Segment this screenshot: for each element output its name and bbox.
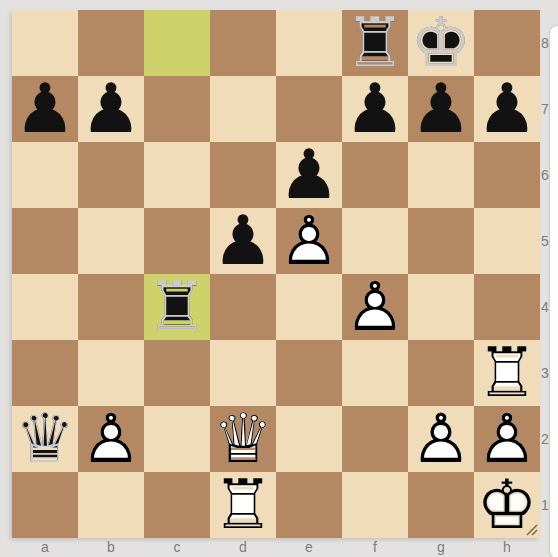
square-f3[interactable] xyxy=(342,340,408,406)
square-b2[interactable]: ♟♙ xyxy=(78,406,144,472)
square-a1[interactable] xyxy=(12,472,78,538)
black-pawn[interactable]: ♟ xyxy=(342,76,408,142)
file-label-f: f xyxy=(342,538,408,557)
white-pawn[interactable]: ♟♙ xyxy=(342,274,408,340)
square-e4[interactable] xyxy=(276,274,342,340)
square-a4[interactable] xyxy=(12,274,78,340)
square-c5[interactable] xyxy=(144,208,210,274)
square-d6[interactable] xyxy=(210,142,276,208)
square-b1[interactable] xyxy=(78,472,144,538)
white-pawn[interactable]: ♟♙ xyxy=(78,406,144,472)
white-rook[interactable]: ♜♖ xyxy=(210,472,276,538)
square-c2[interactable] xyxy=(144,406,210,472)
square-b5[interactable] xyxy=(78,208,144,274)
white-pawn[interactable]: ♟♙ xyxy=(276,208,342,274)
black-pawn[interactable]: ♟ xyxy=(78,76,144,142)
square-a5[interactable] xyxy=(12,208,78,274)
chess-board: ♜♖♚♔♟♟♟♟♟♟♟♟♙♜♖♟♙♜♖♛♕♟♙♛♕♟♙♟♙♜♖♚♔ xyxy=(12,10,540,538)
square-f1[interactable] xyxy=(342,472,408,538)
square-b8[interactable] xyxy=(78,10,144,76)
black-pawn[interactable]: ♟ xyxy=(408,76,474,142)
square-g1[interactable] xyxy=(408,472,474,538)
black-rook[interactable]: ♜♖ xyxy=(342,10,408,76)
square-f8[interactable]: ♜♖ xyxy=(342,10,408,76)
square-b3[interactable] xyxy=(78,340,144,406)
black-pawn[interactable]: ♟ xyxy=(474,76,540,142)
square-h3[interactable]: ♜♖ xyxy=(474,340,540,406)
square-f5[interactable] xyxy=(342,208,408,274)
square-g8[interactable]: ♚♔ xyxy=(408,10,474,76)
square-d7[interactable] xyxy=(210,76,276,142)
square-g7[interactable]: ♟ xyxy=(408,76,474,142)
square-g4[interactable] xyxy=(408,274,474,340)
file-label-e: e xyxy=(276,538,342,557)
chess-board-view: ♜♖♚♔♟♟♟♟♟♟♟♟♙♜♖♟♙♜♖♛♕♟♙♛♕♟♙♟♙♜♖♚♔ 876543… xyxy=(0,0,558,557)
file-label-h: h xyxy=(474,538,540,557)
square-d5[interactable]: ♟ xyxy=(210,208,276,274)
square-e7[interactable] xyxy=(276,76,342,142)
square-a8[interactable] xyxy=(12,10,78,76)
square-a7[interactable]: ♟ xyxy=(12,76,78,142)
square-h2[interactable]: ♟♙ xyxy=(474,406,540,472)
square-b6[interactable] xyxy=(78,142,144,208)
white-pawn[interactable]: ♟♙ xyxy=(408,406,474,472)
square-f2[interactable] xyxy=(342,406,408,472)
square-h6[interactable] xyxy=(474,142,540,208)
black-pawn[interactable]: ♟ xyxy=(12,76,78,142)
white-pawn[interactable]: ♟♙ xyxy=(474,406,540,472)
square-g5[interactable] xyxy=(408,208,474,274)
square-h4[interactable] xyxy=(474,274,540,340)
square-e2[interactable] xyxy=(276,406,342,472)
square-e3[interactable] xyxy=(276,340,342,406)
file-label-d: d xyxy=(210,538,276,557)
square-d2[interactable]: ♛♕ xyxy=(210,406,276,472)
square-g2[interactable]: ♟♙ xyxy=(408,406,474,472)
square-c1[interactable] xyxy=(144,472,210,538)
black-pawn[interactable]: ♟ xyxy=(276,142,342,208)
square-h7[interactable]: ♟ xyxy=(474,76,540,142)
file-label-g: g xyxy=(408,538,474,557)
square-a2[interactable]: ♛♕ xyxy=(12,406,78,472)
file-labels: abcdefgh xyxy=(12,538,540,557)
square-c7[interactable] xyxy=(144,76,210,142)
square-e8[interactable] xyxy=(276,10,342,76)
square-h8[interactable] xyxy=(474,10,540,76)
square-b7[interactable]: ♟ xyxy=(78,76,144,142)
square-h5[interactable] xyxy=(474,208,540,274)
file-label-c: c xyxy=(144,538,210,557)
square-c3[interactable] xyxy=(144,340,210,406)
board-resize-handle[interactable] xyxy=(525,523,539,537)
square-f6[interactable] xyxy=(342,142,408,208)
black-king[interactable]: ♚♔ xyxy=(408,10,474,76)
square-g3[interactable] xyxy=(408,340,474,406)
file-label-a: a xyxy=(12,538,78,557)
square-g6[interactable] xyxy=(408,142,474,208)
square-f4[interactable]: ♟♙ xyxy=(342,274,408,340)
square-e5[interactable]: ♟♙ xyxy=(276,208,342,274)
square-e1[interactable] xyxy=(276,472,342,538)
white-rook[interactable]: ♜♖ xyxy=(474,340,540,406)
square-c4[interactable]: ♜♖ xyxy=(144,274,210,340)
square-a6[interactable] xyxy=(12,142,78,208)
square-c6[interactable] xyxy=(144,142,210,208)
square-a3[interactable] xyxy=(12,340,78,406)
black-queen[interactable]: ♛♕ xyxy=(12,406,78,472)
square-c8[interactable] xyxy=(144,10,210,76)
square-e6[interactable]: ♟ xyxy=(276,142,342,208)
square-d8[interactable] xyxy=(210,10,276,76)
white-queen[interactable]: ♛♕ xyxy=(210,406,276,472)
black-rook[interactable]: ♜♖ xyxy=(144,274,210,340)
square-b4[interactable] xyxy=(78,274,144,340)
black-pawn[interactable]: ♟ xyxy=(210,208,276,274)
side-panel-edge xyxy=(549,25,558,557)
square-d1[interactable]: ♜♖ xyxy=(210,472,276,538)
square-d3[interactable] xyxy=(210,340,276,406)
square-f7[interactable]: ♟ xyxy=(342,76,408,142)
file-label-b: b xyxy=(78,538,144,557)
square-d4[interactable] xyxy=(210,274,276,340)
